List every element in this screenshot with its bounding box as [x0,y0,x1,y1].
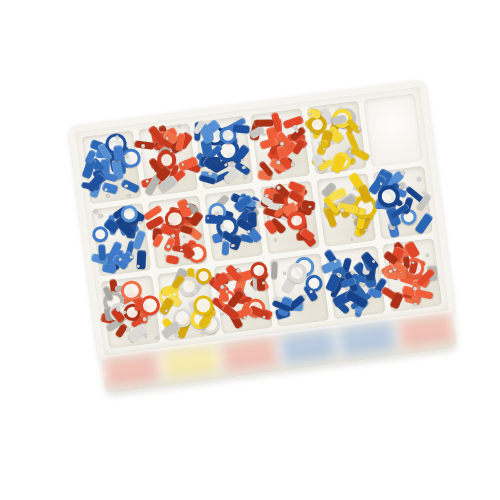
metal-glint [360,282,365,287]
metal-glint [355,216,357,218]
metal-glint [106,194,110,198]
metal-glint [389,270,392,273]
metal-glint [262,133,265,136]
blue-terminal-piece [98,244,106,260]
front-wall-tint-c6 [398,315,454,348]
metal-glint [165,310,168,313]
metal-glint [426,254,429,257]
metal-glint [226,291,228,293]
compartment-r2c5 [316,173,376,247]
metal-glint [290,162,295,167]
metal-glint [104,188,107,191]
compartment-r3c3 [213,260,273,334]
metal-glint [323,148,326,151]
metal-glint [413,286,417,290]
metal-glint [124,154,128,158]
metal-glint [401,171,405,175]
metal-glint [230,164,233,167]
compartment-r1c6 [363,93,423,167]
metal-glint [178,125,181,128]
compartment-r3c5 [326,245,386,319]
front-wall-tint-c1 [104,354,160,387]
metal-glint [399,186,402,189]
compartment-r2c2 [147,195,207,269]
metal-glint [123,310,127,314]
front-wall-tint-c5 [339,323,395,356]
metal-glint [201,330,205,334]
compartment-r2c3 [204,188,264,262]
metal-glint [274,239,277,242]
compartment-r3c4 [269,253,329,327]
metal-glint [141,144,145,148]
metal-glint [276,160,281,165]
metal-glint [364,228,367,231]
blue-terminal-piece [222,241,230,255]
metal-glint [333,259,337,263]
blue-terminal-piece [113,145,123,160]
metal-terminal-piece [271,261,278,279]
metal-glint [262,281,265,284]
product-photo [0,0,500,500]
metal-glint [241,159,244,162]
metal-glint [146,180,149,183]
metal-glint [98,214,103,219]
blue-terminal-piece [414,212,433,234]
red-terminal-piece [253,120,273,127]
metal-glint [137,264,140,267]
metal-glint [243,316,246,319]
metal-glint [393,268,396,271]
compartment-r1c3 [194,115,254,189]
metal-glint [242,175,247,180]
metal-glint [413,303,417,307]
compartment-r1c5 [307,101,367,175]
red-terminal-piece [165,254,179,264]
metal-glint [183,235,185,237]
compartment-r3c6 [382,238,442,312]
compartment-r1c1 [81,130,141,204]
compartment-r3c1 [100,275,160,349]
metal-glint [139,220,142,223]
storage-box [68,80,460,395]
front-wall-tint-c2 [163,346,219,379]
metal-glint [126,327,131,332]
metal-glint [208,171,212,175]
metal-glint [221,313,224,316]
metal-glint [295,129,299,133]
metal-glint [214,211,219,216]
compartment-r1c4 [250,108,310,182]
compartment-r2c4 [260,180,320,254]
compartment-r1c2 [138,123,198,197]
compartment-r3c2 [157,268,217,342]
front-wall-tint-c3 [221,339,277,372]
front-wall-tint-c4 [280,331,336,364]
metal-glint [267,216,270,219]
metal-glint [127,194,130,197]
metal-glint [358,127,362,131]
compartment-r2c6 [373,166,433,240]
metal-glint [221,225,223,227]
blue-terminal-piece [120,179,140,194]
metal-glint [412,261,415,264]
metal-glint [309,290,312,293]
metal-glint [351,239,353,241]
metal-glint [130,255,133,258]
metal-glint [417,177,422,182]
metal-glint [143,334,146,337]
metal-glint [231,244,234,247]
metal-glint [174,333,179,338]
metal-glint [155,336,158,339]
compartment-r2c1 [91,203,151,277]
metal-glint [380,182,383,185]
metal-glint [115,135,119,139]
blue-terminal-piece [231,124,250,133]
